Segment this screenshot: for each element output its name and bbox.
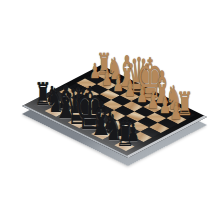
product-photo: ♜♞♝♛♚♝♞♜♟♟♟♟♟♟♟♟♟♟♟♟♟♟♟♟♜♞♝♛♚♝♞♜ [0, 0, 220, 220]
chess-board [22, 65, 207, 158]
